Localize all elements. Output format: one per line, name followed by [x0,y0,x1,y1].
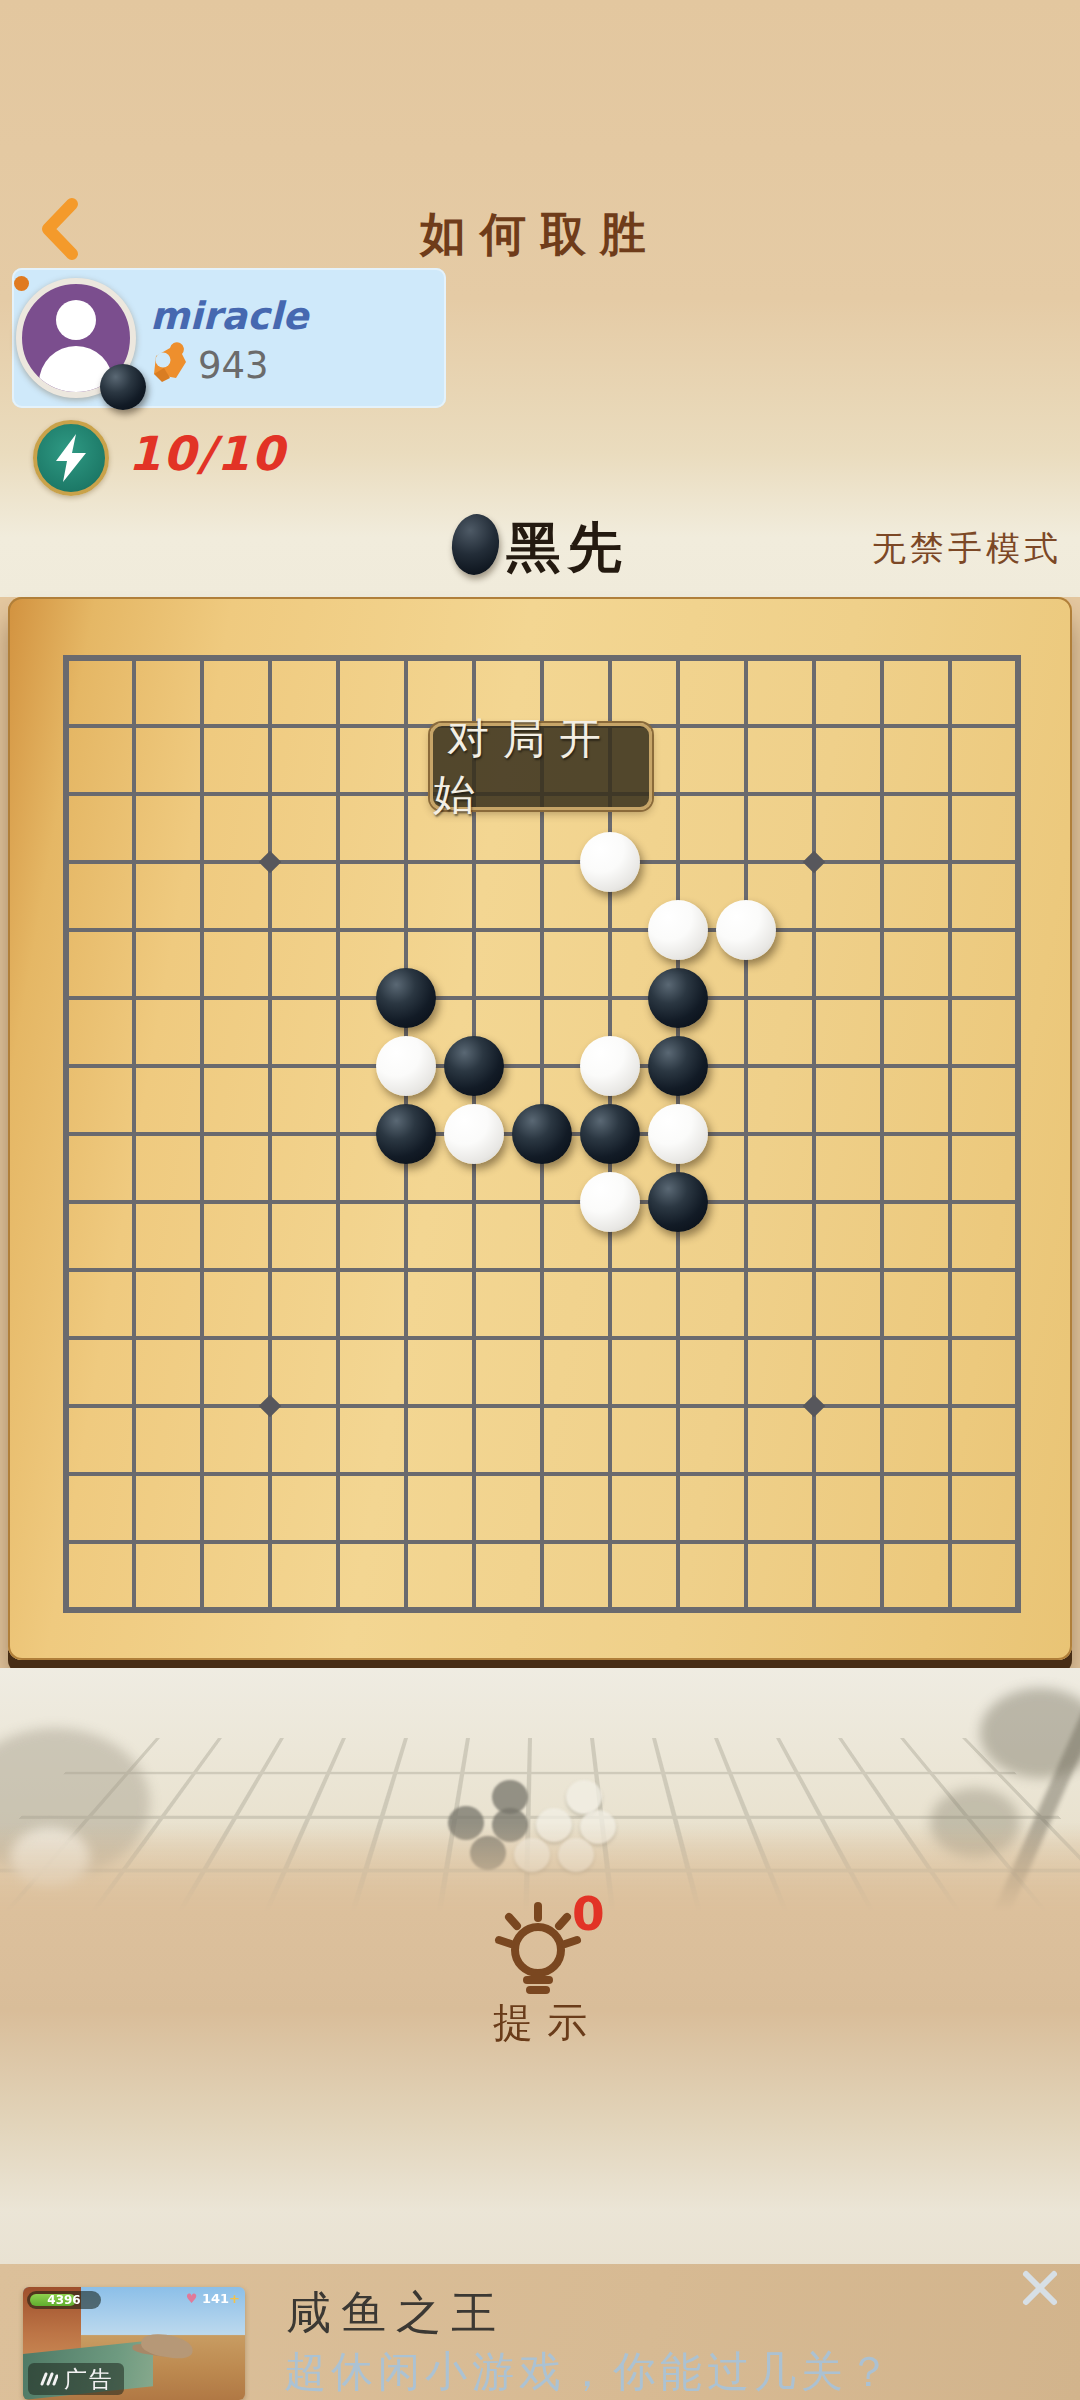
white-stone [648,900,708,960]
ad-subtitle: 超休闲小游戏，你能过几关？ [284,2344,895,2400]
ad-close-button[interactable] [1016,2264,1064,2312]
black-stone [376,968,436,1028]
energy-count: 10/10 [128,426,286,481]
turn-label: 黑先 [506,512,630,585]
black-stone [648,968,708,1028]
black-stone [648,1036,708,1096]
lightning-icon [54,434,88,482]
ad-hud-health: 4396 [27,2291,101,2309]
white-stone [716,900,776,960]
close-icon [1016,2264,1064,2312]
puzzle-icon [146,340,192,386]
person-icon [56,300,96,340]
black-stone [580,1104,640,1164]
decorative-table-photo [0,1668,1080,1912]
gomoku-board[interactable]: 对局开始 [8,597,1072,1660]
player-name: miracle [150,294,308,338]
hint-button[interactable] [486,1896,590,2000]
white-stone [580,1036,640,1096]
black-stone [444,1036,504,1096]
player-black-stone-indicator [100,364,146,410]
faded-stone [566,1780,602,1814]
ad-title: 咸鱼之王 [286,2283,506,2343]
lightbulb-icon [486,1896,590,2000]
ad-thumbnail[interactable]: 4396 ♥ 141+ 广告 [23,2287,245,2400]
ad-hud-currency: ♥ 141+ [186,2291,240,2306]
white-stone [580,832,640,892]
ad-badge: 广告 [28,2363,124,2395]
game-start-banner: 对局开始 [430,723,652,810]
energy-button[interactable] [33,420,109,496]
white-stone [444,1104,504,1164]
mode-label: 无禁手模式 [872,526,1062,572]
black-stone [512,1104,572,1164]
game-start-text: 对局开始 [433,711,649,823]
white-stone [648,1104,708,1164]
ad-stripes-icon [38,2370,58,2388]
hint-label: 提示 [0,1995,1080,2050]
black-stone [376,1104,436,1164]
page-title: 如何取胜 [0,204,1080,266]
foliage-shape [980,1688,1080,1778]
card-corner-dot [14,276,29,291]
puzzle-score: 943 [198,344,269,387]
black-stone [648,1172,708,1232]
white-stone [376,1036,436,1096]
white-stone [580,1172,640,1232]
